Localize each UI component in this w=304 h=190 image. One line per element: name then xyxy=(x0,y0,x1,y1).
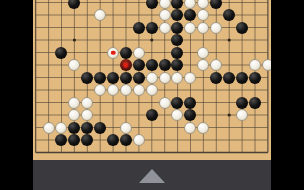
black-stone xyxy=(81,134,93,146)
black-stone xyxy=(171,22,183,34)
black-stone xyxy=(146,59,158,71)
marked-red-stone xyxy=(120,59,132,71)
white-stone xyxy=(107,47,119,59)
white-stone xyxy=(159,0,171,9)
stone-grid xyxy=(33,0,271,159)
white-stone xyxy=(159,9,171,21)
black-stone xyxy=(236,97,248,109)
white-stone xyxy=(184,72,196,84)
black-stone xyxy=(68,122,80,134)
red-marker-dot xyxy=(124,63,129,68)
black-stone xyxy=(107,134,119,146)
black-stone xyxy=(81,122,93,134)
white-stone xyxy=(133,134,145,146)
black-stone xyxy=(171,97,183,109)
white-stone xyxy=(197,0,209,9)
black-stone xyxy=(210,72,222,84)
black-stone xyxy=(223,72,235,84)
black-stone xyxy=(159,59,171,71)
white-stone xyxy=(184,22,196,34)
black-stone xyxy=(107,72,119,84)
go-board[interactable] xyxy=(33,0,271,160)
black-stone xyxy=(171,59,183,71)
black-stone xyxy=(146,109,158,121)
black-stone xyxy=(120,134,132,146)
white-stone xyxy=(262,59,271,71)
white-stone xyxy=(249,59,261,71)
black-stone xyxy=(68,134,80,146)
bottom-control-bar xyxy=(33,160,271,190)
white-stone xyxy=(43,122,55,134)
screenshot-stage xyxy=(0,0,304,190)
white-stone xyxy=(159,22,171,34)
black-stone xyxy=(94,122,106,134)
white-stone xyxy=(68,97,80,109)
white-stone xyxy=(197,47,209,59)
black-stone xyxy=(120,47,132,59)
black-stone xyxy=(94,72,106,84)
white-stone xyxy=(146,72,158,84)
black-stone xyxy=(146,22,158,34)
white-stone xyxy=(68,59,80,71)
letterbox-right xyxy=(271,0,304,190)
black-stone xyxy=(171,47,183,59)
white-stone xyxy=(184,122,196,134)
white-stone xyxy=(68,109,80,121)
white-stone xyxy=(94,84,106,96)
black-stone xyxy=(133,22,145,34)
black-stone xyxy=(146,0,158,9)
white-stone xyxy=(107,84,119,96)
red-marker-dot xyxy=(111,50,116,55)
white-stone xyxy=(120,84,132,96)
black-stone xyxy=(133,72,145,84)
white-stone xyxy=(81,97,93,109)
white-stone xyxy=(236,109,248,121)
white-stone xyxy=(94,9,106,21)
black-stone xyxy=(81,72,93,84)
black-stone xyxy=(55,134,67,146)
white-stone xyxy=(159,97,171,109)
black-stone xyxy=(55,47,67,59)
black-stone xyxy=(184,97,196,109)
black-stone xyxy=(223,9,235,21)
black-stone xyxy=(133,59,145,71)
black-stone xyxy=(171,0,183,9)
black-stone xyxy=(184,109,196,121)
black-stone xyxy=(184,9,196,21)
white-stone xyxy=(210,59,222,71)
white-stone xyxy=(120,122,132,134)
black-stone xyxy=(68,0,80,9)
white-stone xyxy=(146,84,158,96)
white-stone xyxy=(197,22,209,34)
white-stone xyxy=(210,22,222,34)
black-stone xyxy=(249,72,261,84)
black-stone xyxy=(171,9,183,21)
black-stone xyxy=(171,34,183,46)
white-stone xyxy=(171,72,183,84)
white-stone xyxy=(159,72,171,84)
letterbox-left xyxy=(0,0,33,190)
white-stone xyxy=(55,122,67,134)
white-stone xyxy=(184,0,196,9)
white-stone xyxy=(171,109,183,121)
expand-handle-icon[interactable] xyxy=(139,169,165,183)
black-stone xyxy=(249,97,261,109)
black-stone xyxy=(120,72,132,84)
black-stone xyxy=(210,0,222,9)
white-stone xyxy=(133,47,145,59)
black-stone xyxy=(236,72,248,84)
white-stone xyxy=(197,122,209,134)
white-stone xyxy=(197,9,209,21)
white-stone xyxy=(197,59,209,71)
black-stone xyxy=(236,22,248,34)
white-stone xyxy=(81,109,93,121)
white-stone xyxy=(133,84,145,96)
